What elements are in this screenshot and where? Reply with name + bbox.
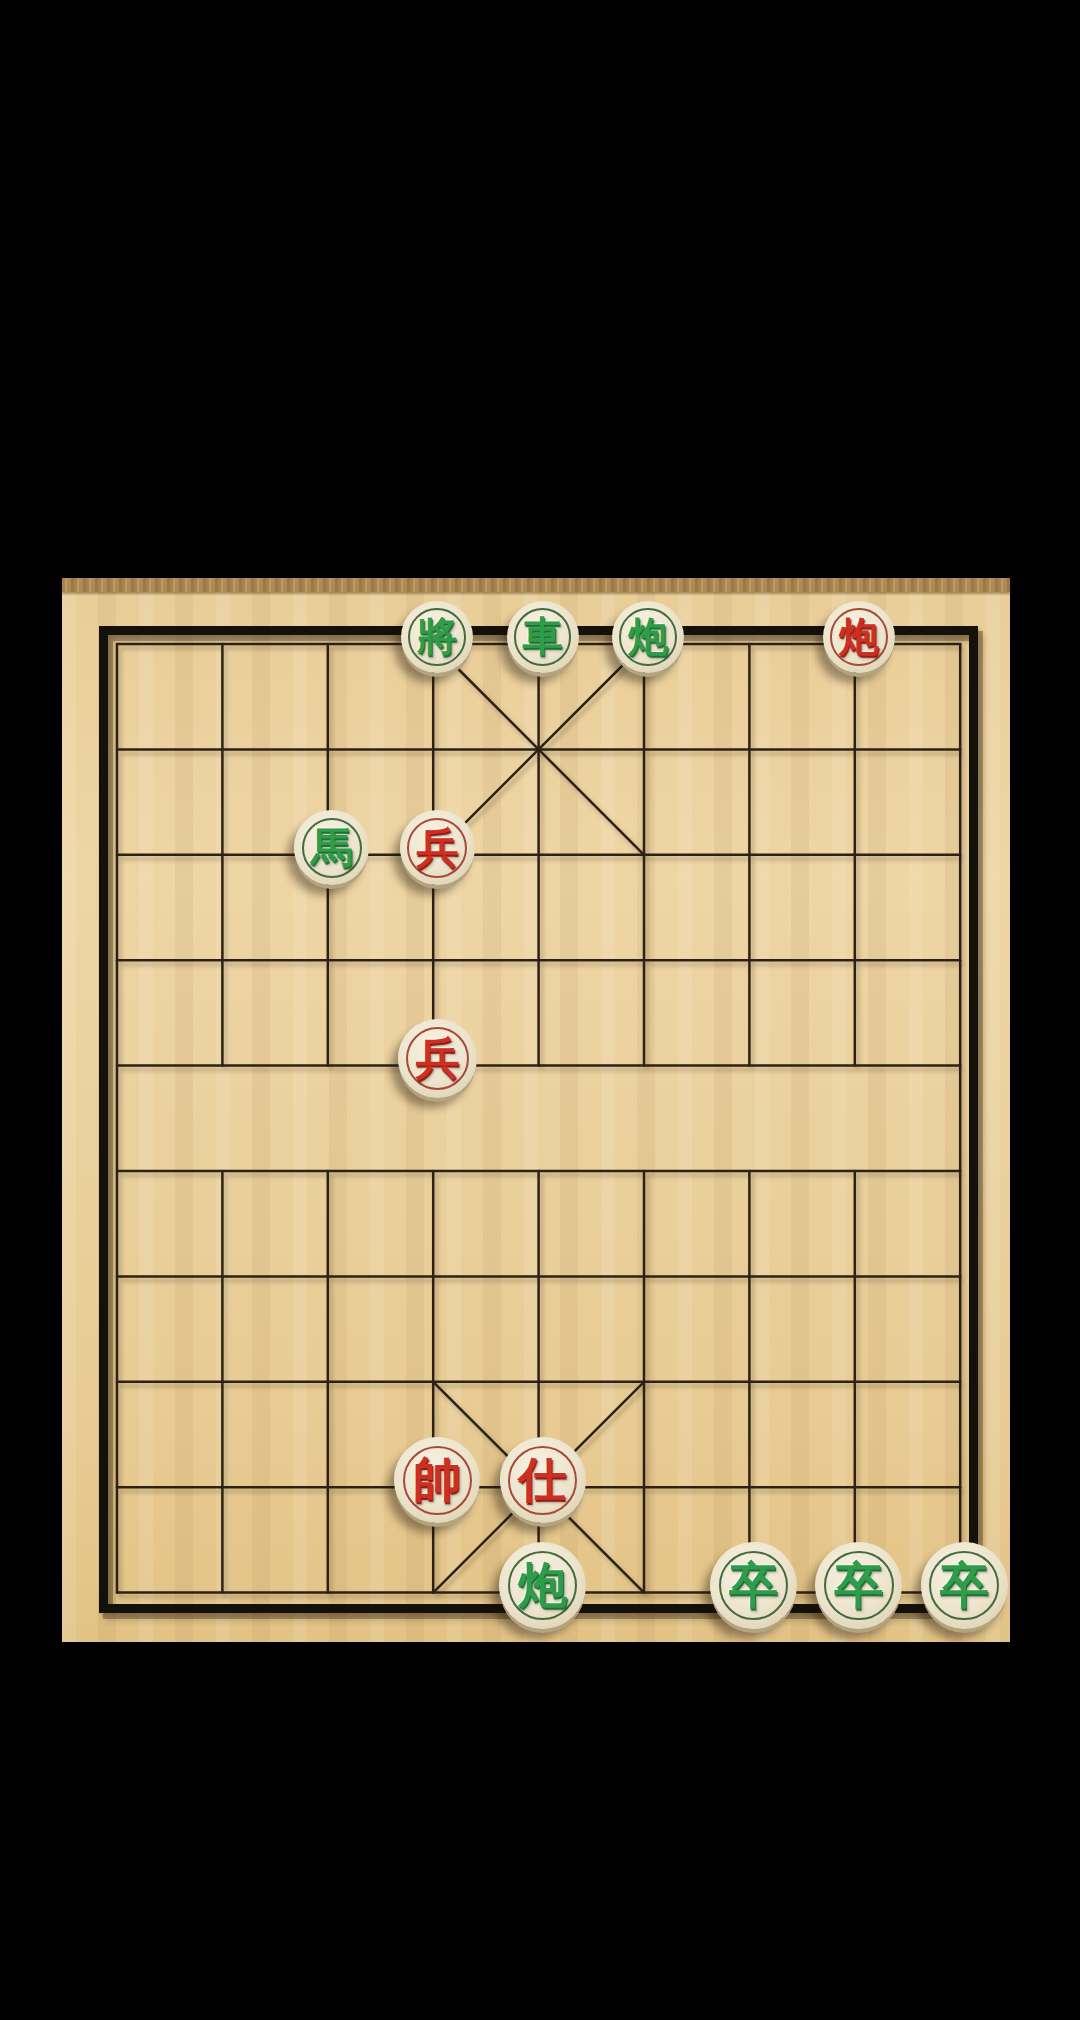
- piece-glyph: 卒: [834, 1561, 883, 1610]
- piece-black-soldier-3[interactable]: 卒: [921, 1542, 1008, 1629]
- piece-glyph: 兵: [415, 1037, 459, 1081]
- piece-layer: 將車炮炮馬兵兵帥仕炮卒卒卒: [62, 578, 1010, 1642]
- piece-glyph: 炮: [839, 617, 879, 657]
- piece-black-cannon-1[interactable]: 炮: [612, 601, 684, 673]
- piece-glyph: 車: [523, 617, 563, 657]
- piece-glyph: 馬: [311, 827, 353, 869]
- piece-glyph: 將: [417, 617, 457, 657]
- piece-glyph: 卒: [940, 1561, 989, 1610]
- piece-glyph: 兵: [416, 827, 458, 869]
- piece-glyph: 仕: [519, 1456, 567, 1504]
- piece-glyph: 帥: [413, 1456, 461, 1504]
- piece-glyph: 炮: [628, 617, 668, 657]
- piece-black-soldier-2[interactable]: 卒: [815, 1542, 902, 1629]
- piece-black-cannon-2[interactable]: 炮: [499, 1542, 586, 1629]
- piece-black-soldier-1[interactable]: 卒: [710, 1542, 797, 1629]
- piece-black-horse[interactable]: 馬: [294, 810, 369, 885]
- piece-red-general[interactable]: 帥: [394, 1437, 480, 1523]
- piece-glyph: 卒: [729, 1561, 778, 1610]
- piece-glyph: 炮: [518, 1561, 567, 1610]
- piece-black-general[interactable]: 將: [401, 601, 473, 673]
- screen: 將車炮炮馬兵兵帥仕炮卒卒卒: [0, 0, 1080, 2020]
- xiangqi-board[interactable]: 將車炮炮馬兵兵帥仕炮卒卒卒: [62, 578, 1010, 1642]
- piece-red-advisor[interactable]: 仕: [500, 1437, 586, 1523]
- piece-red-soldier-2[interactable]: 兵: [398, 1019, 477, 1098]
- piece-red-cannon[interactable]: 炮: [823, 601, 895, 673]
- piece-red-soldier-1[interactable]: 兵: [400, 810, 475, 885]
- piece-black-chariot[interactable]: 車: [507, 601, 579, 673]
